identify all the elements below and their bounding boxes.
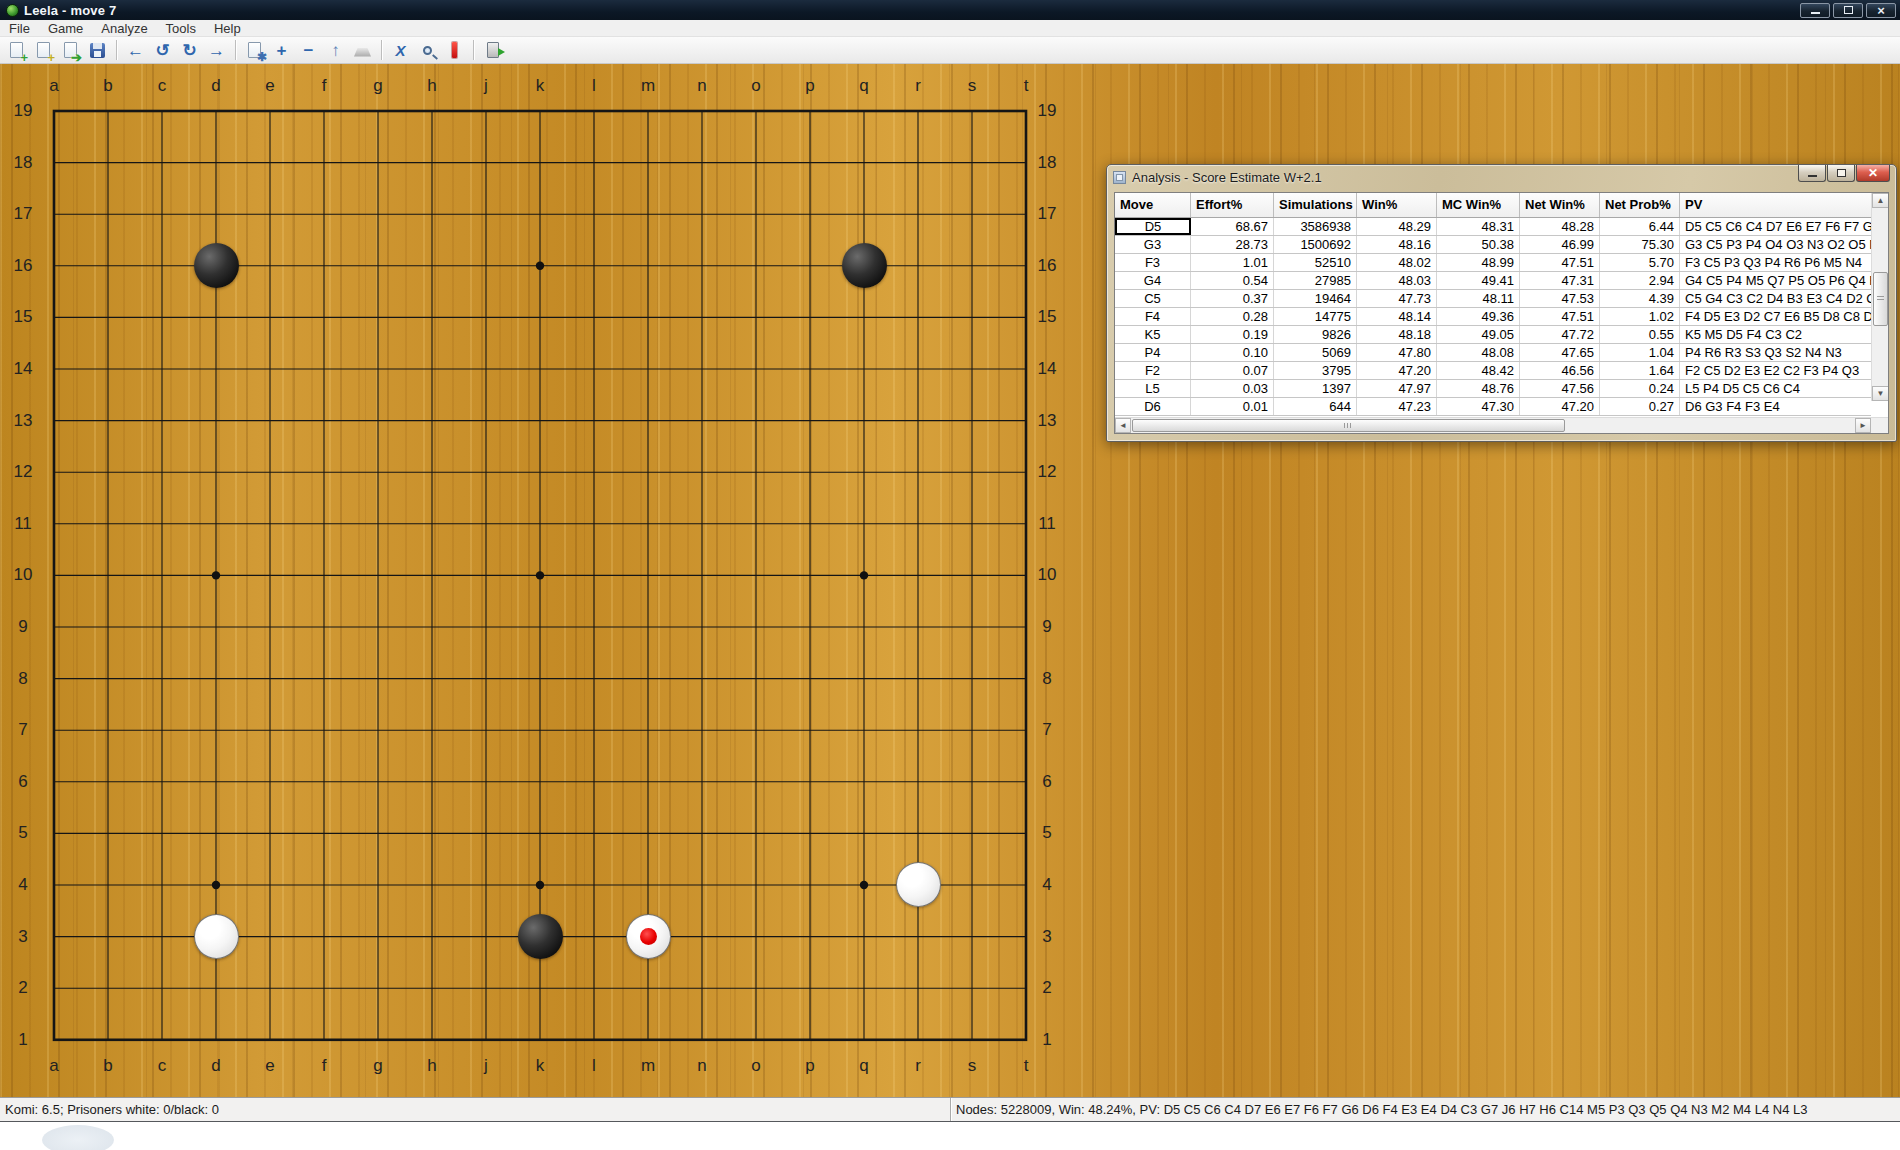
board-intersection-h13[interactable] (405, 395, 459, 447)
board-intersection-p3[interactable] (783, 911, 837, 963)
board-intersection-d1[interactable] (189, 1014, 243, 1066)
board-intersection-c11[interactable] (135, 498, 189, 550)
board-intersection-d19[interactable] (189, 85, 243, 137)
board-intersection-d3[interactable] (189, 911, 243, 963)
board-intersection-g6[interactable] (351, 756, 405, 808)
board-intersection-l5[interactable] (567, 808, 621, 860)
board-intersection-s8[interactable] (945, 653, 999, 705)
board-intersection-q18[interactable] (837, 137, 891, 189)
board-intersection-a13[interactable] (27, 395, 81, 447)
column-header-win-[interactable]: Win% (1357, 193, 1437, 217)
board-intersection-k3[interactable] (513, 911, 567, 963)
analysis-row-f4[interactable]: F40.281477548.1449.3647.511.02F4 D5 E3 D… (1115, 308, 1871, 326)
board-intersection-p11[interactable] (783, 498, 837, 550)
board-intersection-j19[interactable] (459, 85, 513, 137)
board-intersection-j12[interactable] (459, 446, 513, 498)
board-intersection-f17[interactable] (297, 188, 351, 240)
board-intersection-l4[interactable] (567, 859, 621, 911)
board-intersection-j15[interactable] (459, 292, 513, 344)
board-intersection-b7[interactable] (81, 704, 135, 756)
new-rated-game-icon[interactable]: + (31, 38, 56, 62)
column-header-simulations[interactable]: Simulations (1274, 193, 1357, 217)
board-intersection-s7[interactable] (945, 704, 999, 756)
board-intersection-j17[interactable] (459, 188, 513, 240)
board-intersection-h5[interactable] (405, 808, 459, 860)
board-intersection-d9[interactable] (189, 601, 243, 653)
board-intersection-s3[interactable] (945, 911, 999, 963)
board-intersection-q17[interactable] (837, 188, 891, 240)
board-intersection-c16[interactable] (135, 240, 189, 292)
resign-icon[interactable] (442, 38, 467, 62)
new-game-icon[interactable]: + (4, 38, 29, 62)
board-intersection-m8[interactable] (621, 653, 675, 705)
board-intersection-k1[interactable] (513, 1014, 567, 1066)
board-intersection-g13[interactable] (351, 395, 405, 447)
board-intersection-s2[interactable] (945, 962, 999, 1014)
board-intersection-m15[interactable] (621, 292, 675, 344)
board-intersection-o15[interactable] (729, 292, 783, 344)
board-intersection-r12[interactable] (891, 446, 945, 498)
board-intersection-n15[interactable] (675, 292, 729, 344)
board-intersection-s15[interactable] (945, 292, 999, 344)
board-intersection-o18[interactable] (729, 137, 783, 189)
board-intersection-a5[interactable] (27, 808, 81, 860)
board-intersection-e8[interactable] (243, 653, 297, 705)
board-intersection-e12[interactable] (243, 446, 297, 498)
board-intersection-m19[interactable] (621, 85, 675, 137)
scroll-right-icon[interactable]: ► (1855, 418, 1871, 433)
board-intersection-k19[interactable] (513, 85, 567, 137)
board-intersection-r18[interactable] (891, 137, 945, 189)
board-intersection-q2[interactable] (837, 962, 891, 1014)
analysis-row-g3[interactable]: G328.73150069248.1650.3846.9975.30G3 C5 … (1115, 236, 1871, 254)
board-intersection-q11[interactable] (837, 498, 891, 550)
board-intersection-q15[interactable] (837, 292, 891, 344)
board-intersection-j7[interactable] (459, 704, 513, 756)
board-intersection-n11[interactable] (675, 498, 729, 550)
board-intersection-q4[interactable] (837, 859, 891, 911)
board-intersection-e2[interactable] (243, 962, 297, 1014)
board-intersection-r6[interactable] (891, 756, 945, 808)
board-intersection-h15[interactable] (405, 292, 459, 344)
board-intersection-d16[interactable] (189, 240, 243, 292)
board-intersection-s6[interactable] (945, 756, 999, 808)
board-intersection-t14[interactable] (999, 343, 1053, 395)
board-intersection-o13[interactable] (729, 395, 783, 447)
board-intersection-q5[interactable] (837, 808, 891, 860)
board-intersection-m18[interactable] (621, 137, 675, 189)
board-intersection-k12[interactable] (513, 446, 567, 498)
board-intersection-r14[interactable] (891, 343, 945, 395)
board-intersection-p5[interactable] (783, 808, 837, 860)
board-intersection-n10[interactable] (675, 550, 729, 602)
board-intersection-k15[interactable] (513, 292, 567, 344)
board-intersection-r1[interactable] (891, 1014, 945, 1066)
board-intersection-n13[interactable] (675, 395, 729, 447)
board-intersection-e4[interactable] (243, 859, 297, 911)
board-intersection-c6[interactable] (135, 756, 189, 808)
board-intersection-h10[interactable] (405, 550, 459, 602)
board-intersection-o11[interactable] (729, 498, 783, 550)
board-intersection-c13[interactable] (135, 395, 189, 447)
board-intersection-e6[interactable] (243, 756, 297, 808)
board-intersection-l17[interactable] (567, 188, 621, 240)
board-intersection-f8[interactable] (297, 653, 351, 705)
board-intersection-d4[interactable] (189, 859, 243, 911)
board-intersection-q9[interactable] (837, 601, 891, 653)
board-intersection-d11[interactable] (189, 498, 243, 550)
undo-move-icon[interactable]: ↺ (150, 38, 175, 62)
board-intersection-g5[interactable] (351, 808, 405, 860)
pass-move-icon[interactable]: ↑ (323, 38, 348, 62)
board-intersection-s13[interactable] (945, 395, 999, 447)
board-intersection-e3[interactable] (243, 911, 297, 963)
board-intersection-q13[interactable] (837, 395, 891, 447)
board-intersection-o2[interactable] (729, 962, 783, 1014)
board-intersection-r13[interactable] (891, 395, 945, 447)
board-intersection-t17[interactable] (999, 188, 1053, 240)
board-intersection-m7[interactable] (621, 704, 675, 756)
board-intersection-c5[interactable] (135, 808, 189, 860)
analysis-title-bar[interactable]: Analysis - Score Estimate W+2.1 ✕ (1107, 165, 1896, 190)
board-intersection-a11[interactable] (27, 498, 81, 550)
board-intersection-j1[interactable] (459, 1014, 513, 1066)
board-intersection-d17[interactable] (189, 188, 243, 240)
board-intersection-s4[interactable] (945, 859, 999, 911)
board-intersection-d6[interactable] (189, 756, 243, 808)
board-intersection-j4[interactable] (459, 859, 513, 911)
board-intersection-a4[interactable] (27, 859, 81, 911)
board-intersection-b10[interactable] (81, 550, 135, 602)
board-intersection-s1[interactable] (945, 1014, 999, 1066)
column-header-effort-[interactable]: Effort% (1191, 193, 1274, 217)
board-intersection-f13[interactable] (297, 395, 351, 447)
board-intersection-k6[interactable] (513, 756, 567, 808)
board-intersection-t19[interactable] (999, 85, 1053, 137)
board-intersection-n8[interactable] (675, 653, 729, 705)
board-intersection-t5[interactable] (999, 808, 1053, 860)
board-intersection-d10[interactable] (189, 550, 243, 602)
board-intersection-e11[interactable] (243, 498, 297, 550)
board-intersection-b9[interactable] (81, 601, 135, 653)
board-intersection-h3[interactable] (405, 911, 459, 963)
board-intersection-p19[interactable] (783, 85, 837, 137)
board-intersection-r7[interactable] (891, 704, 945, 756)
board-intersection-f7[interactable] (297, 704, 351, 756)
board-intersection-j10[interactable] (459, 550, 513, 602)
board-intersection-b18[interactable] (81, 137, 135, 189)
board-intersection-a2[interactable] (27, 962, 81, 1014)
board-intersection-k2[interactable] (513, 962, 567, 1014)
board-intersection-p17[interactable] (783, 188, 837, 240)
board-intersection-h7[interactable] (405, 704, 459, 756)
board-intersection-b19[interactable] (81, 85, 135, 137)
board-intersection-e1[interactable] (243, 1014, 297, 1066)
board-intersection-b5[interactable] (81, 808, 135, 860)
score-estimate-icon[interactable] (350, 38, 375, 62)
board-intersection-h1[interactable] (405, 1014, 459, 1066)
board-intersection-n6[interactable] (675, 756, 729, 808)
board-intersection-k7[interactable] (513, 704, 567, 756)
board-intersection-d2[interactable] (189, 962, 243, 1014)
board-intersection-q8[interactable] (837, 653, 891, 705)
board-intersection-s10[interactable] (945, 550, 999, 602)
board-intersection-o5[interactable] (729, 808, 783, 860)
board-intersection-f4[interactable] (297, 859, 351, 911)
board-intersection-e10[interactable] (243, 550, 297, 602)
board-intersection-n12[interactable] (675, 446, 729, 498)
board-intersection-b2[interactable] (81, 962, 135, 1014)
board-intersection-l19[interactable] (567, 85, 621, 137)
menu-item-game[interactable]: Game (39, 20, 92, 37)
column-header-net-win-[interactable]: Net Win% (1520, 193, 1600, 217)
board-intersection-a7[interactable] (27, 704, 81, 756)
board-intersection-a10[interactable] (27, 550, 81, 602)
board-intersection-r2[interactable] (891, 962, 945, 1014)
board-intersection-f14[interactable] (297, 343, 351, 395)
board-intersection-t8[interactable] (999, 653, 1053, 705)
board-intersection-e5[interactable] (243, 808, 297, 860)
board-intersection-a8[interactable] (27, 653, 81, 705)
board-intersection-p16[interactable] (783, 240, 837, 292)
board-intersection-n7[interactable] (675, 704, 729, 756)
scroll-down-icon[interactable]: ▼ (1872, 386, 1888, 401)
board-intersection-k18[interactable] (513, 137, 567, 189)
board-intersection-p13[interactable] (783, 395, 837, 447)
menu-item-help[interactable]: Help (205, 20, 250, 37)
board-intersection-o1[interactable] (729, 1014, 783, 1066)
board-intersection-f18[interactable] (297, 137, 351, 189)
column-header-mc-win-[interactable]: MC Win% (1437, 193, 1520, 217)
analysis-row-l5[interactable]: L50.03139747.9748.7647.560.24L5 P4 D5 C5… (1115, 380, 1871, 398)
board-intersection-h8[interactable] (405, 653, 459, 705)
board-intersection-p14[interactable] (783, 343, 837, 395)
board-intersection-o16[interactable] (729, 240, 783, 292)
board-intersection-k11[interactable] (513, 498, 567, 550)
board-intersection-f15[interactable] (297, 292, 351, 344)
board-intersection-l1[interactable] (567, 1014, 621, 1066)
board-intersection-f5[interactable] (297, 808, 351, 860)
board-intersection-m3[interactable] (621, 911, 675, 963)
board-intersection-e13[interactable] (243, 395, 297, 447)
board-intersection-m16[interactable] (621, 240, 675, 292)
board-intersection-e18[interactable] (243, 137, 297, 189)
board-intersection-g7[interactable] (351, 704, 405, 756)
board-intersection-q3[interactable] (837, 911, 891, 963)
board-intersection-s17[interactable] (945, 188, 999, 240)
board-intersection-j5[interactable] (459, 808, 513, 860)
board-intersection-q6[interactable] (837, 756, 891, 808)
board-intersection-l14[interactable] (567, 343, 621, 395)
board-intersection-j8[interactable] (459, 653, 513, 705)
exit-icon[interactable] (480, 38, 505, 62)
board-intersection-n14[interactable] (675, 343, 729, 395)
analysis-row-d5[interactable]: D568.67358693848.2948.3148.286.44D5 C5 C… (1115, 218, 1871, 236)
board-intersection-s16[interactable] (945, 240, 999, 292)
board-intersection-l13[interactable] (567, 395, 621, 447)
board-intersection-c9[interactable] (135, 601, 189, 653)
board-intersection-c4[interactable] (135, 859, 189, 911)
scroll-left-icon[interactable]: ◄ (1115, 418, 1131, 433)
board-intersection-h4[interactable] (405, 859, 459, 911)
vertical-scroll-thumb[interactable] (1873, 272, 1888, 326)
board-intersection-s19[interactable] (945, 85, 999, 137)
board-intersection-f11[interactable] (297, 498, 351, 550)
menu-item-tools[interactable]: Tools (157, 20, 205, 37)
board-intersection-t11[interactable] (999, 498, 1053, 550)
board-intersection-j11[interactable] (459, 498, 513, 550)
analysis-minimize-button[interactable] (1798, 165, 1826, 182)
board-intersection-b17[interactable] (81, 188, 135, 240)
analysis-row-f3[interactable]: F31.015251048.0248.9947.515.70F3 C5 P3 Q… (1115, 254, 1871, 272)
board-intersection-p1[interactable] (783, 1014, 837, 1066)
board-intersection-s9[interactable] (945, 601, 999, 653)
board-intersection-a3[interactable] (27, 911, 81, 963)
board-intersection-g15[interactable] (351, 292, 405, 344)
board-intersection-k14[interactable] (513, 343, 567, 395)
board-intersection-d8[interactable] (189, 653, 243, 705)
board-intersection-f6[interactable] (297, 756, 351, 808)
board-intersection-j16[interactable] (459, 240, 513, 292)
board-intersection-f2[interactable] (297, 962, 351, 1014)
board-intersection-r8[interactable] (891, 653, 945, 705)
analysis-row-d6[interactable]: D60.0164447.2347.3047.200.27D6 G3 F4 F3 … (1115, 398, 1871, 416)
board-intersection-h6[interactable] (405, 756, 459, 808)
board-intersection-g18[interactable] (351, 137, 405, 189)
board-intersection-r4[interactable] (891, 859, 945, 911)
board-intersection-p7[interactable] (783, 704, 837, 756)
board-intersection-l18[interactable] (567, 137, 621, 189)
board-intersection-t3[interactable] (999, 911, 1053, 963)
board-intersection-m9[interactable] (621, 601, 675, 653)
board-intersection-j9[interactable] (459, 601, 513, 653)
board-intersection-d15[interactable] (189, 292, 243, 344)
board-intersection-o8[interactable] (729, 653, 783, 705)
board-intersection-a19[interactable] (27, 85, 81, 137)
board-intersection-h11[interactable] (405, 498, 459, 550)
board-intersection-c14[interactable] (135, 343, 189, 395)
save-game-icon[interactable] (85, 38, 110, 62)
board-intersection-f1[interactable] (297, 1014, 351, 1066)
board-intersection-m5[interactable] (621, 808, 675, 860)
board-intersection-g1[interactable] (351, 1014, 405, 1066)
board-intersection-b4[interactable] (81, 859, 135, 911)
board-intersection-t15[interactable] (999, 292, 1053, 344)
column-header-move[interactable]: Move (1115, 193, 1191, 217)
board-intersection-b3[interactable] (81, 911, 135, 963)
board-intersection-g12[interactable] (351, 446, 405, 498)
board-intersection-c17[interactable] (135, 188, 189, 240)
board-intersection-n4[interactable] (675, 859, 729, 911)
board-intersection-t7[interactable] (999, 704, 1053, 756)
board-intersection-q19[interactable] (837, 85, 891, 137)
board-intersection-o4[interactable] (729, 859, 783, 911)
board-intersection-e16[interactable] (243, 240, 297, 292)
board-intersection-s5[interactable] (945, 808, 999, 860)
board-intersection-m13[interactable] (621, 395, 675, 447)
board-intersection-g17[interactable] (351, 188, 405, 240)
redo-move-icon[interactable]: ↻ (177, 38, 202, 62)
board-intersection-r19[interactable] (891, 85, 945, 137)
board-intersection-m10[interactable] (621, 550, 675, 602)
board-intersection-h18[interactable] (405, 137, 459, 189)
board-intersection-h2[interactable] (405, 962, 459, 1014)
board-intersection-o3[interactable] (729, 911, 783, 963)
board-intersection-r16[interactable] (891, 240, 945, 292)
board-intersection-k17[interactable] (513, 188, 567, 240)
analysis-row-g4[interactable]: G40.542798548.0349.4147.312.94G4 C5 P4 M… (1115, 272, 1871, 290)
board-intersection-k5[interactable] (513, 808, 567, 860)
board-intersection-g8[interactable] (351, 653, 405, 705)
board-intersection-c1[interactable] (135, 1014, 189, 1066)
zoom-in-icon[interactable]: + (269, 38, 294, 62)
board-intersection-b8[interactable] (81, 653, 135, 705)
scroll-up-icon[interactable]: ▲ (1872, 193, 1888, 208)
board-intersection-t4[interactable] (999, 859, 1053, 911)
board-intersection-n19[interactable] (675, 85, 729, 137)
analysis-maximize-button[interactable] (1827, 165, 1855, 182)
board-intersection-j2[interactable] (459, 962, 513, 1014)
board-intersection-o12[interactable] (729, 446, 783, 498)
board-intersection-n16[interactable] (675, 240, 729, 292)
board-intersection-q16[interactable] (837, 240, 891, 292)
board-intersection-t16[interactable] (999, 240, 1053, 292)
board-intersection-a16[interactable] (27, 240, 81, 292)
board-intersection-d13[interactable] (189, 395, 243, 447)
menu-item-file[interactable]: File (0, 20, 39, 37)
board-intersection-g16[interactable] (351, 240, 405, 292)
board-intersection-a12[interactable] (27, 446, 81, 498)
board-intersection-o19[interactable] (729, 85, 783, 137)
board-intersection-h12[interactable] (405, 446, 459, 498)
board-intersection-k8[interactable] (513, 653, 567, 705)
minimize-button[interactable] (1800, 3, 1830, 18)
board-intersection-a1[interactable] (27, 1014, 81, 1066)
board-intersection-b1[interactable] (81, 1014, 135, 1066)
board-intersection-c2[interactable] (135, 962, 189, 1014)
board-intersection-p2[interactable] (783, 962, 837, 1014)
board-intersection-j3[interactable] (459, 911, 513, 963)
board-intersection-f3[interactable] (297, 911, 351, 963)
board-intersection-o14[interactable] (729, 343, 783, 395)
board-intersection-g11[interactable] (351, 498, 405, 550)
board-intersection-b13[interactable] (81, 395, 135, 447)
board-intersection-t18[interactable] (999, 137, 1053, 189)
board-intersection-j14[interactable] (459, 343, 513, 395)
board-intersection-e19[interactable] (243, 85, 297, 137)
board-intersection-l2[interactable] (567, 962, 621, 1014)
board-intersection-h19[interactable] (405, 85, 459, 137)
board-intersection-r3[interactable] (891, 911, 945, 963)
forward-to-end-icon[interactable]: → (204, 38, 229, 62)
board-intersection-n17[interactable] (675, 188, 729, 240)
title-bar[interactable]: Leela - move 7 × (0, 0, 1900, 20)
board-intersection-l8[interactable] (567, 653, 621, 705)
board-intersection-j6[interactable] (459, 756, 513, 808)
board-intersection-p15[interactable] (783, 292, 837, 344)
vertical-scrollbar[interactable]: ▲ ▼ (1871, 193, 1888, 401)
board-intersection-q7[interactable] (837, 704, 891, 756)
board-intersection-k9[interactable] (513, 601, 567, 653)
board-intersection-p6[interactable] (783, 756, 837, 808)
board-intersection-d5[interactable] (189, 808, 243, 860)
board-intersection-q14[interactable] (837, 343, 891, 395)
board-intersection-f9[interactable] (297, 601, 351, 653)
board-intersection-a15[interactable] (27, 292, 81, 344)
board-intersection-j13[interactable] (459, 395, 513, 447)
board-intersection-o10[interactable] (729, 550, 783, 602)
close-button[interactable]: × (1866, 3, 1896, 18)
